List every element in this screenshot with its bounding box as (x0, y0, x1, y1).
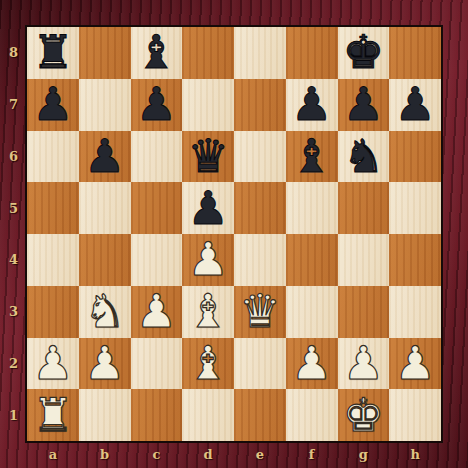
square-c3[interactable]: ♟ (131, 286, 183, 338)
square-f4[interactable] (286, 234, 338, 286)
piece-black-king-g8[interactable]: ♚ (343, 27, 384, 78)
square-d8[interactable] (182, 27, 234, 79)
piece-white-bishop-d3[interactable]: ♝ (188, 286, 229, 337)
square-c6[interactable] (131, 131, 183, 183)
square-c2[interactable] (131, 338, 183, 390)
square-c4[interactable] (131, 234, 183, 286)
square-d3[interactable]: ♝ (182, 286, 234, 338)
rank-label-7: 7 (0, 79, 27, 131)
square-d2[interactable]: ♝ (182, 338, 234, 390)
piece-white-knight-b3[interactable]: ♞ (84, 286, 125, 337)
piece-white-pawn-h2[interactable]: ♟ (395, 338, 436, 389)
square-a6[interactable] (27, 131, 79, 183)
square-b4[interactable] (79, 234, 131, 286)
piece-white-pawn-d4[interactable]: ♟ (188, 234, 229, 285)
square-e7[interactable] (234, 79, 286, 131)
rank-label-1: 1 (0, 389, 27, 441)
file-label-f: f (286, 441, 338, 468)
square-c8[interactable]: ♝ (131, 27, 183, 79)
square-d5[interactable]: ♟ (182, 182, 234, 234)
piece-black-pawn-f7[interactable]: ♟ (291, 79, 332, 130)
piece-white-queen-e3[interactable]: ♛ (239, 286, 280, 337)
square-h5[interactable] (389, 182, 441, 234)
file-label-d: d (182, 441, 234, 468)
square-f1[interactable] (286, 389, 338, 441)
rank-labels: 87654321 (0, 27, 27, 441)
square-c7[interactable]: ♟ (131, 79, 183, 131)
square-e1[interactable] (234, 389, 286, 441)
piece-black-pawn-a7[interactable]: ♟ (32, 79, 73, 130)
piece-black-pawn-d5[interactable]: ♟ (188, 183, 229, 234)
square-e6[interactable] (234, 131, 286, 183)
square-e5[interactable] (234, 182, 286, 234)
square-g3[interactable] (338, 286, 390, 338)
square-h6[interactable] (389, 131, 441, 183)
piece-black-bishop-f6[interactable]: ♝ (291, 131, 332, 182)
piece-black-rook-a8[interactable]: ♜ (32, 27, 73, 78)
square-g4[interactable] (338, 234, 390, 286)
square-a2[interactable]: ♟ (27, 338, 79, 390)
square-f3[interactable] (286, 286, 338, 338)
square-g5[interactable] (338, 182, 390, 234)
square-b2[interactable]: ♟ (79, 338, 131, 390)
square-g7[interactable]: ♟ (338, 79, 390, 131)
square-d6[interactable]: ♛ (182, 131, 234, 183)
piece-white-king-g1[interactable]: ♚ (343, 390, 384, 441)
square-f7[interactable]: ♟ (286, 79, 338, 131)
square-f2[interactable]: ♟ (286, 338, 338, 390)
square-g1[interactable]: ♚ (338, 389, 390, 441)
square-c1[interactable] (131, 389, 183, 441)
square-h4[interactable] (389, 234, 441, 286)
file-label-b: b (79, 441, 131, 468)
square-h1[interactable] (389, 389, 441, 441)
rank-label-3: 3 (0, 286, 27, 338)
square-a5[interactable] (27, 182, 79, 234)
square-e2[interactable] (234, 338, 286, 390)
piece-black-knight-g6[interactable]: ♞ (343, 131, 384, 182)
piece-black-pawn-c7[interactable]: ♟ (136, 79, 177, 130)
square-g2[interactable]: ♟ (338, 338, 390, 390)
file-label-g: g (338, 441, 390, 468)
square-a7[interactable]: ♟ (27, 79, 79, 131)
piece-white-pawn-a2[interactable]: ♟ (32, 338, 73, 389)
square-b1[interactable] (79, 389, 131, 441)
square-b7[interactable] (79, 79, 131, 131)
square-b6[interactable]: ♟ (79, 131, 131, 183)
square-f6[interactable]: ♝ (286, 131, 338, 183)
square-a4[interactable] (27, 234, 79, 286)
piece-black-pawn-h7[interactable]: ♟ (395, 79, 436, 130)
file-label-e: e (234, 441, 286, 468)
piece-black-bishop-c8[interactable]: ♝ (136, 27, 177, 78)
file-label-c: c (131, 441, 183, 468)
square-f5[interactable] (286, 182, 338, 234)
square-d7[interactable] (182, 79, 234, 131)
file-label-h: h (389, 441, 441, 468)
rank-label-8: 8 (0, 27, 27, 79)
square-a8[interactable]: ♜ (27, 27, 79, 79)
piece-white-pawn-f2[interactable]: ♟ (291, 338, 332, 389)
piece-white-bishop-d2[interactable]: ♝ (188, 338, 229, 389)
square-b8[interactable] (79, 27, 131, 79)
file-labels: abcdefgh (27, 441, 441, 468)
piece-white-pawn-c3[interactable]: ♟ (136, 286, 177, 337)
piece-white-pawn-b2[interactable]: ♟ (84, 338, 125, 389)
square-e8[interactable] (234, 27, 286, 79)
piece-black-pawn-g7[interactable]: ♟ (343, 79, 384, 130)
square-g8[interactable]: ♚ (338, 27, 390, 79)
square-h7[interactable]: ♟ (389, 79, 441, 131)
square-b3[interactable]: ♞ (79, 286, 131, 338)
square-g6[interactable]: ♞ (338, 131, 390, 183)
rank-label-2: 2 (0, 338, 27, 390)
piece-white-pawn-g2[interactable]: ♟ (343, 338, 384, 389)
square-h2[interactable]: ♟ (389, 338, 441, 390)
chess-board[interactable]: ♜♝♚♟♟♟♟♟♟♛♝♞♟♟♞♟♝♛♟♟♝♟♟♟♜♚ (27, 27, 441, 441)
piece-white-rook-a1[interactable]: ♜ (32, 390, 73, 441)
square-h8[interactable] (389, 27, 441, 79)
square-a3[interactable] (27, 286, 79, 338)
square-h3[interactable] (389, 286, 441, 338)
square-d4[interactable]: ♟ (182, 234, 234, 286)
square-f8[interactable] (286, 27, 338, 79)
square-c5[interactable] (131, 182, 183, 234)
square-e4[interactable] (234, 234, 286, 286)
rank-label-5: 5 (0, 182, 27, 234)
file-label-a: a (27, 441, 79, 468)
square-e3[interactable]: ♛ (234, 286, 286, 338)
piece-black-queen-d6[interactable]: ♛ (188, 131, 229, 182)
square-a1[interactable]: ♜ (27, 389, 79, 441)
rank-label-4: 4 (0, 234, 27, 286)
board-frame: 87654321 ♜♝♚♟♟♟♟♟♟♛♝♞♟♟♞♟♝♛♟♟♝♟♟♟♜♚ abcd… (0, 0, 468, 468)
piece-black-pawn-b6[interactable]: ♟ (84, 131, 125, 182)
square-d1[interactable] (182, 389, 234, 441)
square-b5[interactable] (79, 182, 131, 234)
rank-label-6: 6 (0, 131, 27, 183)
